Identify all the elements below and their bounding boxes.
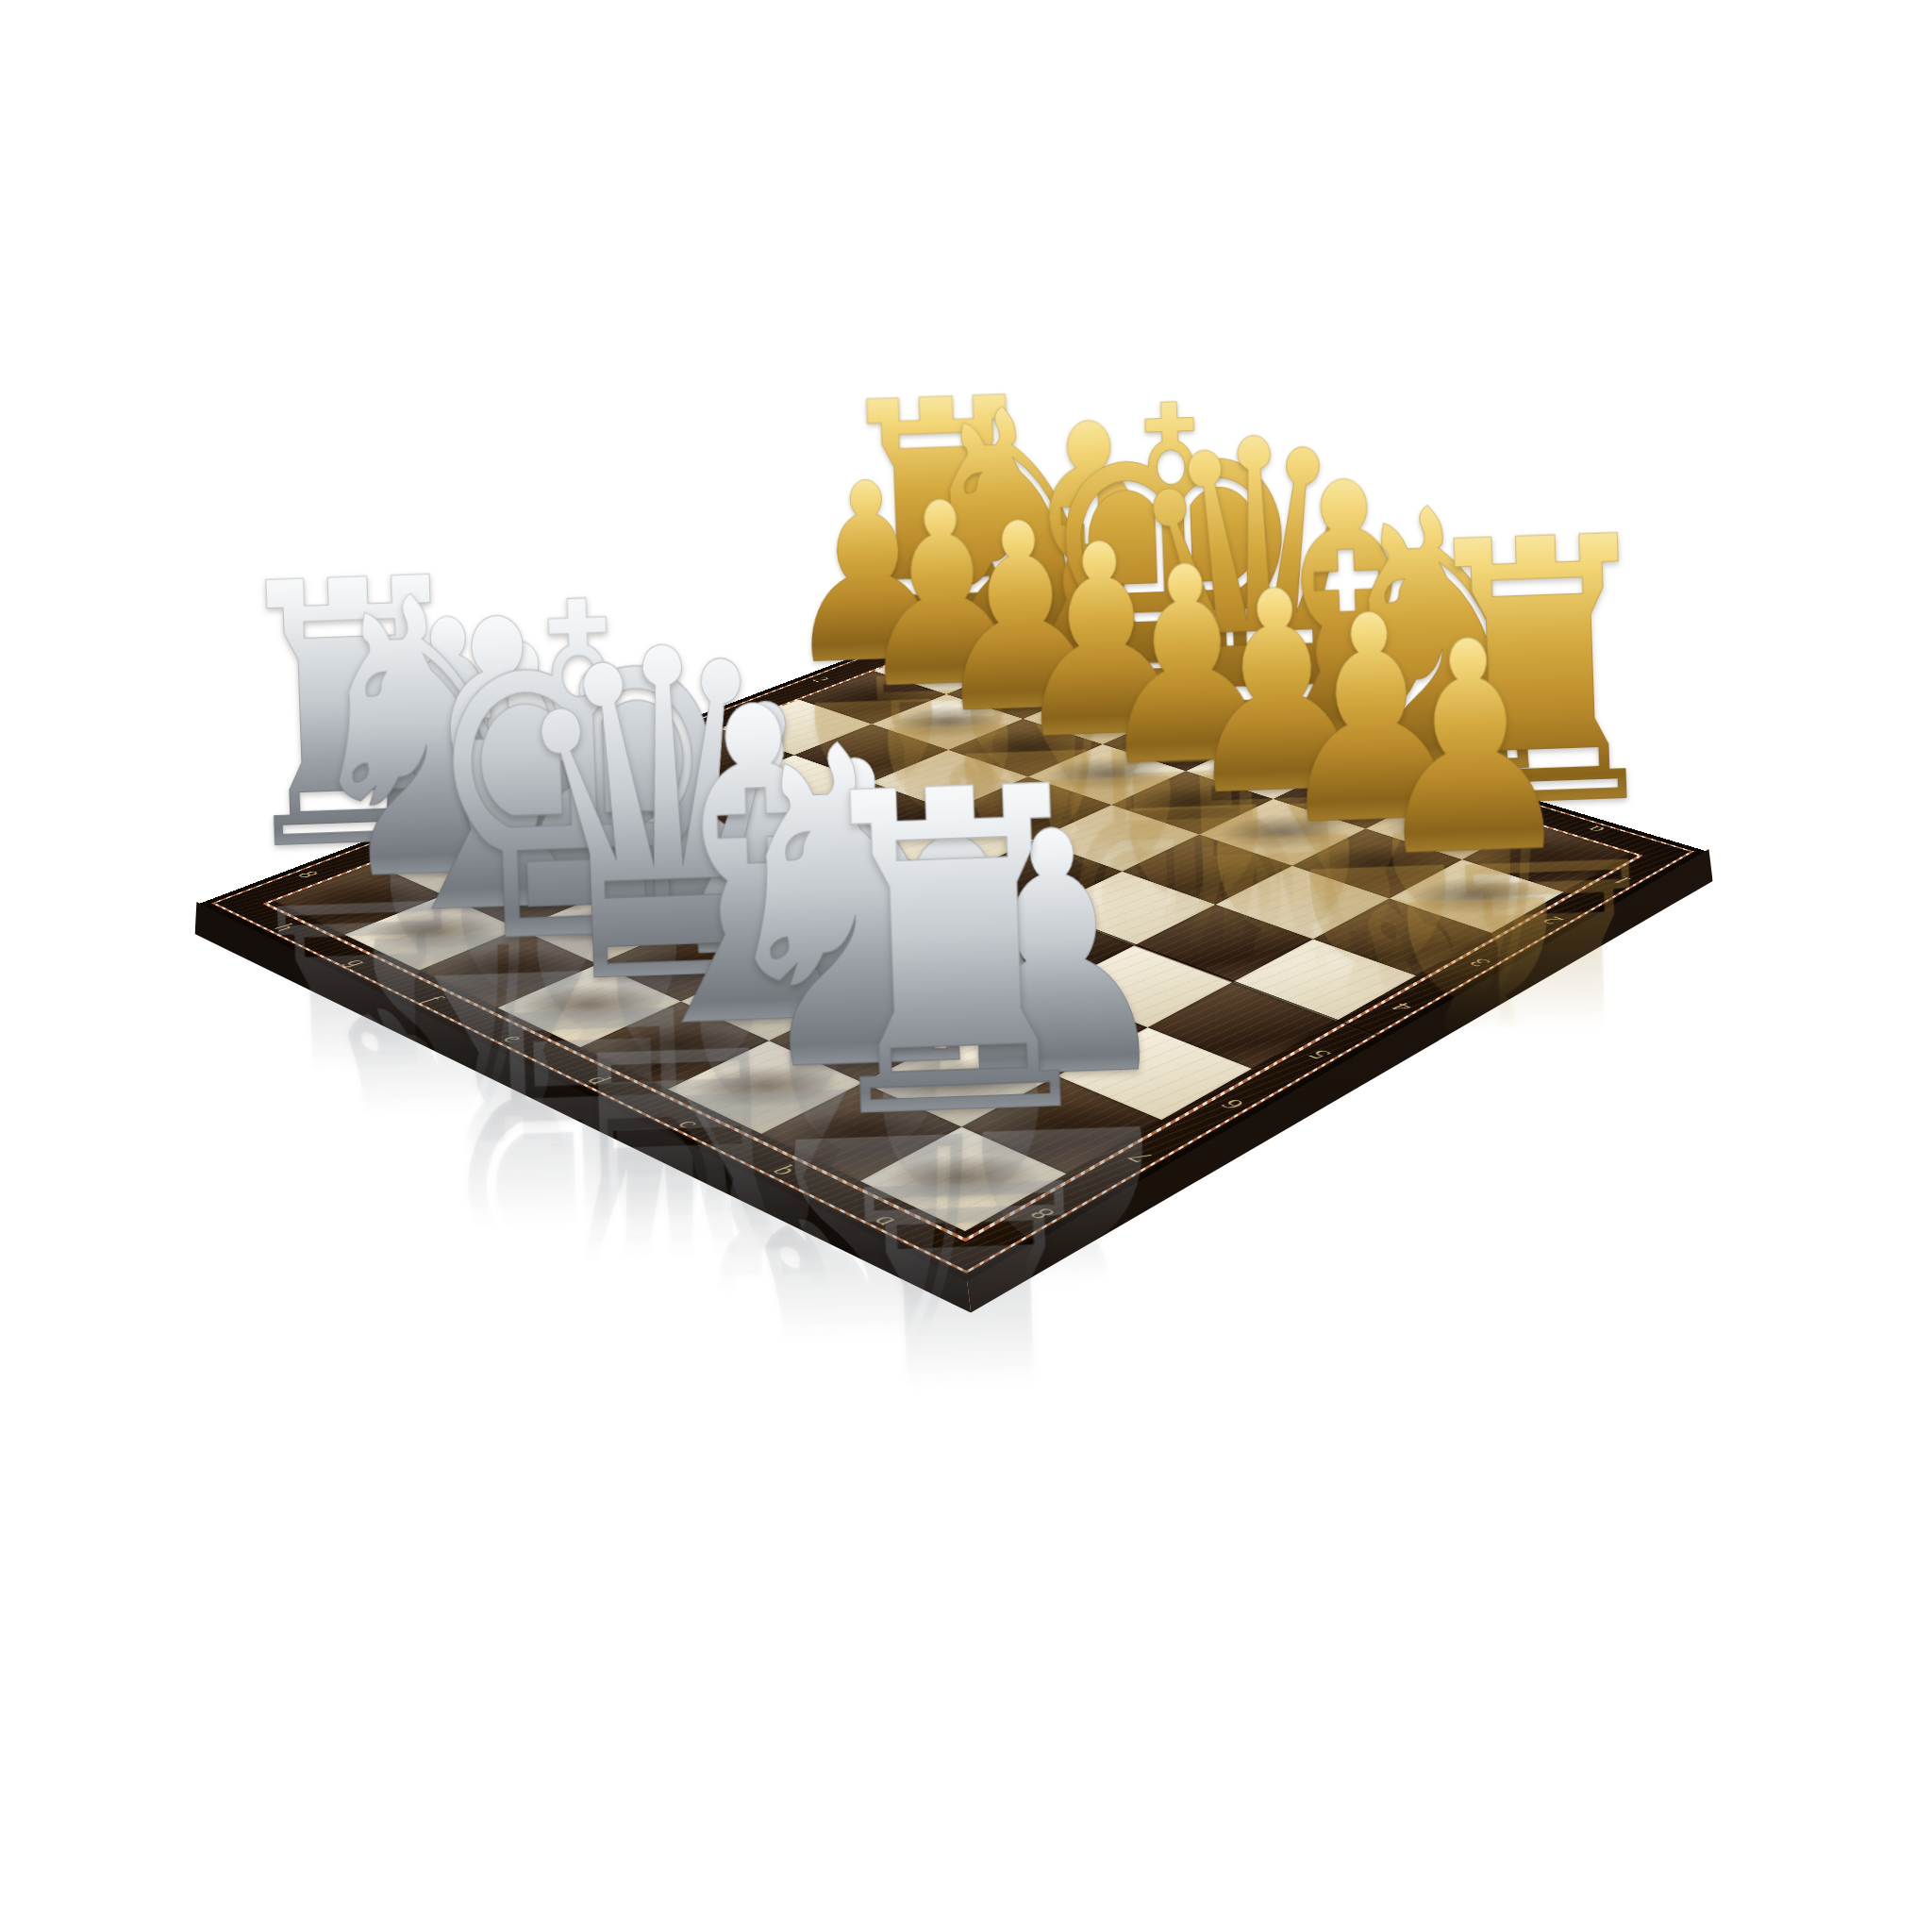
pieces-layer: ♜♜♞♞♝♝♛♛♚♚♝♝♞♞♜♜♟♟♟♟♟♟♟♟♟♟♟♟♟♟♟♟♟♟♟♟♟♟♟♟… xyxy=(0,0,1932,1932)
product-photo-stage: hh11gg22ff33ee44dd55cc66bb77aa88 ♜♜♞♞♝♝♛… xyxy=(0,0,1932,1932)
piece-reflection: ♟ xyxy=(1321,849,1641,1150)
piece-reflection: ♜ xyxy=(777,1109,1160,1564)
